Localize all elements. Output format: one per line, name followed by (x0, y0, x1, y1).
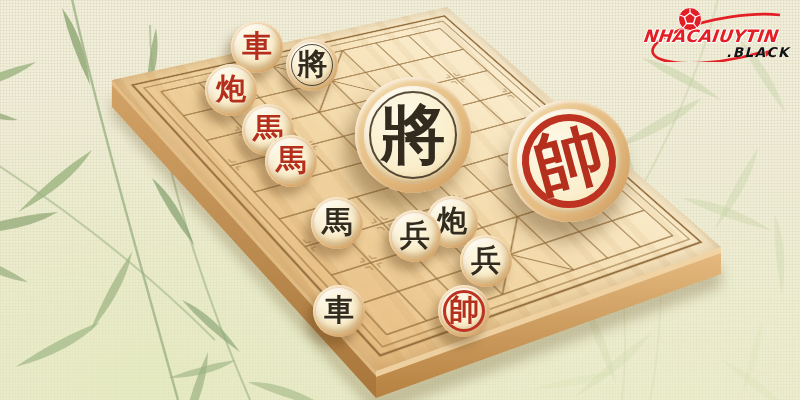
piece-glyph-red-cannon: 炮 (216, 74, 246, 104)
piece-black-horse: 馬 (311, 197, 363, 249)
piece-red-general-small: 帥 (438, 285, 490, 337)
piece-glyph-black-cannon: 炮 (437, 206, 467, 236)
piece-black-general-large: 將 (355, 77, 471, 193)
piece-black-soldier-1: 兵 (389, 210, 441, 262)
piece-black-soldier-2: 兵 (460, 235, 512, 287)
piece-face: 將 (289, 42, 335, 88)
piece-glyph-black-horse: 馬 (322, 207, 352, 237)
piece-face: 車 (316, 288, 362, 334)
piece-face: 馬 (314, 200, 360, 246)
piece-face: 帥 (441, 288, 487, 334)
piece-glyph-red-general-small: 帥 (449, 295, 479, 325)
brand-logo: NHACAIUYTIN .BLACK (638, 6, 796, 62)
piece-face: 馬 (268, 138, 314, 184)
brand-name: NHACAIUYTIN (642, 26, 794, 46)
piece-red-horse-2: 馬 (265, 135, 317, 187)
brand-tld: .BLACK (726, 44, 790, 60)
piece-glyph-black-soldier-1: 兵 (400, 220, 430, 250)
piece-glyph-black-chariot: 車 (324, 295, 354, 325)
piece-face: 炮 (208, 67, 254, 113)
piece-face: 將 (364, 86, 462, 184)
piece-black-chariot: 車 (313, 285, 365, 337)
piece-glyph-red-horse-2: 馬 (276, 145, 306, 175)
piece-red-cannon: 炮 (205, 64, 257, 116)
piece-black-general: 將 (286, 39, 338, 91)
piece-face: 車 (234, 24, 280, 70)
piece-glyph-black-soldier-2: 兵 (471, 245, 501, 275)
piece-face: 兵 (392, 213, 438, 259)
piece-glyph-black-general: 將 (297, 49, 327, 79)
piece-face: 兵 (463, 238, 509, 284)
piece-glyph-red-chariot: 車 (242, 31, 272, 61)
piece-glyph-black-general-large: 將 (381, 102, 446, 167)
